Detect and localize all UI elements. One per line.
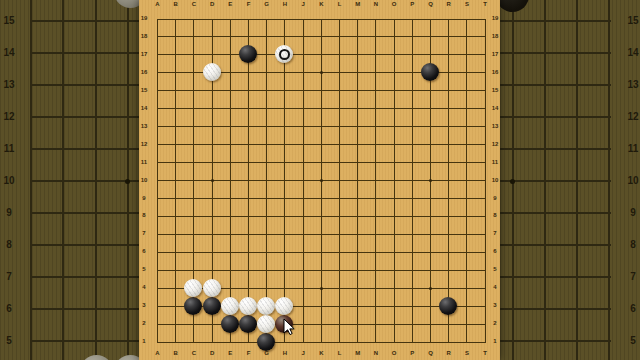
column-label-top: A	[152, 1, 164, 8]
black-stone-Q16	[421, 63, 439, 81]
row-label-right: 13	[489, 123, 501, 130]
row-label-left: 17	[138, 51, 150, 58]
background-row-label: 15	[0, 15, 18, 26]
background-row-label: 5	[624, 335, 640, 346]
column-label-bottom: C	[188, 350, 200, 357]
background-grid-line	[95, 0, 97, 360]
row-label-right: 12	[489, 141, 501, 148]
column-label-bottom: P	[406, 350, 418, 357]
column-label-top: Q	[425, 1, 437, 8]
black-stone-R3	[439, 297, 457, 315]
column-label-top: B	[170, 1, 182, 8]
column-label-bottom: K	[315, 350, 327, 357]
row-label-left: 4	[138, 284, 150, 291]
row-label-left: 14	[138, 105, 150, 112]
row-label-right: 19	[489, 15, 501, 22]
row-label-left: 7	[138, 230, 150, 237]
row-label-right: 7	[489, 230, 501, 237]
grid-line-horizontal	[157, 324, 486, 325]
grid-line-horizontal	[157, 342, 486, 343]
grid-line-horizontal	[157, 234, 486, 235]
background-row-label: 12	[0, 111, 18, 122]
row-label-left: 2	[138, 320, 150, 327]
grid-line-horizontal	[157, 270, 486, 271]
background-row-label: 11	[0, 143, 18, 154]
column-label-bottom: L	[334, 350, 346, 357]
black-stone-F17	[239, 45, 257, 63]
background-row-label: 8	[0, 239, 18, 250]
column-label-top: E	[224, 1, 236, 8]
background-partial-white-stone	[80, 355, 113, 360]
row-label-right: 15	[489, 87, 501, 94]
column-label-bottom: T	[479, 350, 491, 357]
star-point	[320, 71, 323, 74]
background-row-label: 15	[624, 15, 640, 26]
black-stone-C3	[184, 297, 202, 315]
column-label-top: H	[279, 1, 291, 8]
row-label-left: 8	[138, 212, 150, 219]
column-label-top: F	[243, 1, 255, 8]
black-stone-E2	[221, 315, 239, 333]
background-grid-line	[30, 0, 32, 360]
column-label-bottom: J	[297, 350, 309, 357]
white-stone-D4	[203, 279, 221, 297]
column-label-top: S	[461, 1, 473, 8]
background-row-label: 7	[624, 271, 640, 282]
column-label-top: K	[315, 1, 327, 8]
row-label-right: 8	[489, 212, 501, 219]
column-label-top: C	[188, 1, 200, 8]
row-label-left: 18	[138, 33, 150, 40]
background-row-label: 10	[624, 175, 640, 186]
background-row-label: 14	[624, 47, 640, 58]
row-label-right: 3	[489, 302, 501, 309]
background-row-label: 5	[0, 335, 18, 346]
grid-line-vertical	[448, 19, 449, 343]
column-label-bottom: H	[279, 350, 291, 357]
star-point	[211, 179, 214, 182]
background-row-label: 9	[0, 207, 18, 218]
white-stone-C4	[184, 279, 202, 297]
background-star-point	[125, 179, 130, 184]
row-label-right: 11	[489, 159, 501, 166]
background-row-label: 13	[0, 79, 18, 90]
grid-line-vertical	[394, 19, 395, 343]
background-row-label: 6	[624, 303, 640, 314]
column-label-bottom: B	[170, 350, 182, 357]
column-label-top: T	[479, 1, 491, 8]
background-partial-black-stone	[496, 0, 529, 12]
background-row-label: 10	[0, 175, 18, 186]
mouse-cursor	[283, 318, 295, 336]
column-label-top: D	[206, 1, 218, 8]
white-stone-E3	[221, 297, 239, 315]
column-label-top: P	[406, 1, 418, 8]
grid-line-vertical	[339, 19, 340, 343]
star-point	[429, 179, 432, 182]
background-grid-line	[62, 0, 64, 360]
black-stone-G1	[257, 333, 275, 351]
row-label-right: 14	[489, 105, 501, 112]
star-point	[320, 287, 323, 290]
column-label-top: J	[297, 1, 309, 8]
black-stone-F2	[239, 315, 257, 333]
video-frame: 1515141413131212111110109988776655 AABBC…	[0, 0, 640, 360]
row-label-right: 1	[489, 338, 501, 345]
grid-line-vertical	[412, 19, 413, 343]
row-label-left: 5	[138, 266, 150, 273]
column-label-top: R	[443, 1, 455, 8]
column-label-bottom: Q	[425, 350, 437, 357]
column-label-bottom: S	[461, 350, 473, 357]
grid-line-vertical	[466, 19, 467, 343]
row-label-left: 11	[138, 159, 150, 166]
column-label-bottom: D	[206, 350, 218, 357]
column-label-bottom: F	[243, 350, 255, 357]
background-row-label: 8	[624, 239, 640, 250]
column-label-bottom: A	[152, 350, 164, 357]
row-label-right: 16	[489, 69, 501, 76]
background-star-point	[510, 179, 515, 184]
background-grid-line	[544, 0, 546, 360]
row-label-left: 3	[138, 302, 150, 309]
star-point	[320, 179, 323, 182]
column-label-top: O	[388, 1, 400, 8]
go-board[interactable]: AABBCCDDEEFFGGHHJJKKLLMMNNOOPPQQRRSSTT19…	[139, 0, 500, 360]
star-point	[429, 287, 432, 290]
background-row-label: 13	[624, 79, 640, 90]
white-stone-F3	[239, 297, 257, 315]
column-label-bottom: N	[370, 350, 382, 357]
background-grid-line	[576, 0, 578, 360]
row-label-right: 18	[489, 33, 501, 40]
row-label-right: 5	[489, 266, 501, 273]
row-label-left: 6	[138, 248, 150, 255]
background-row-label: 7	[0, 271, 18, 282]
background-row-label: 11	[624, 143, 640, 154]
row-label-left: 15	[138, 87, 150, 94]
row-label-right: 2	[489, 320, 501, 327]
column-label-bottom: R	[443, 350, 455, 357]
grid-line-horizontal	[157, 198, 486, 199]
grid-line-horizontal	[157, 216, 486, 217]
white-stone-G2	[257, 315, 275, 333]
white-stone-G3	[257, 297, 275, 315]
row-label-left: 12	[138, 141, 150, 148]
background-row-label: 9	[624, 207, 640, 218]
row-label-right: 4	[489, 284, 501, 291]
column-label-bottom: E	[224, 350, 236, 357]
row-label-right: 9	[489, 195, 501, 202]
grid-line-vertical	[375, 19, 376, 343]
background-row-label: 14	[0, 47, 18, 58]
column-label-top: N	[370, 1, 382, 8]
column-label-bottom: M	[352, 350, 364, 357]
row-label-right: 17	[489, 51, 501, 58]
grid-line-vertical	[485, 19, 486, 343]
white-stone-D16	[203, 63, 221, 81]
row-label-left: 16	[138, 69, 150, 76]
row-label-left: 1	[138, 338, 150, 345]
row-label-left: 9	[138, 195, 150, 202]
white-stone-H3	[275, 297, 293, 315]
row-label-left: 13	[138, 123, 150, 130]
grid-line-horizontal	[157, 252, 486, 253]
row-label-right: 10	[489, 177, 501, 184]
background-row-label: 12	[624, 111, 640, 122]
column-label-bottom: O	[388, 350, 400, 357]
row-label-right: 6	[489, 248, 501, 255]
black-stone-D3	[203, 297, 221, 315]
background-grid-line	[608, 0, 610, 360]
grid-line-vertical	[357, 19, 358, 343]
row-label-left: 19	[138, 15, 150, 22]
column-label-bottom: G	[261, 350, 273, 357]
column-label-top: L	[334, 1, 346, 8]
background-row-label: 6	[0, 303, 18, 314]
column-label-top: G	[261, 1, 273, 8]
last-move-marker	[279, 49, 290, 60]
column-label-top: M	[352, 1, 364, 8]
row-label-left: 10	[138, 177, 150, 184]
